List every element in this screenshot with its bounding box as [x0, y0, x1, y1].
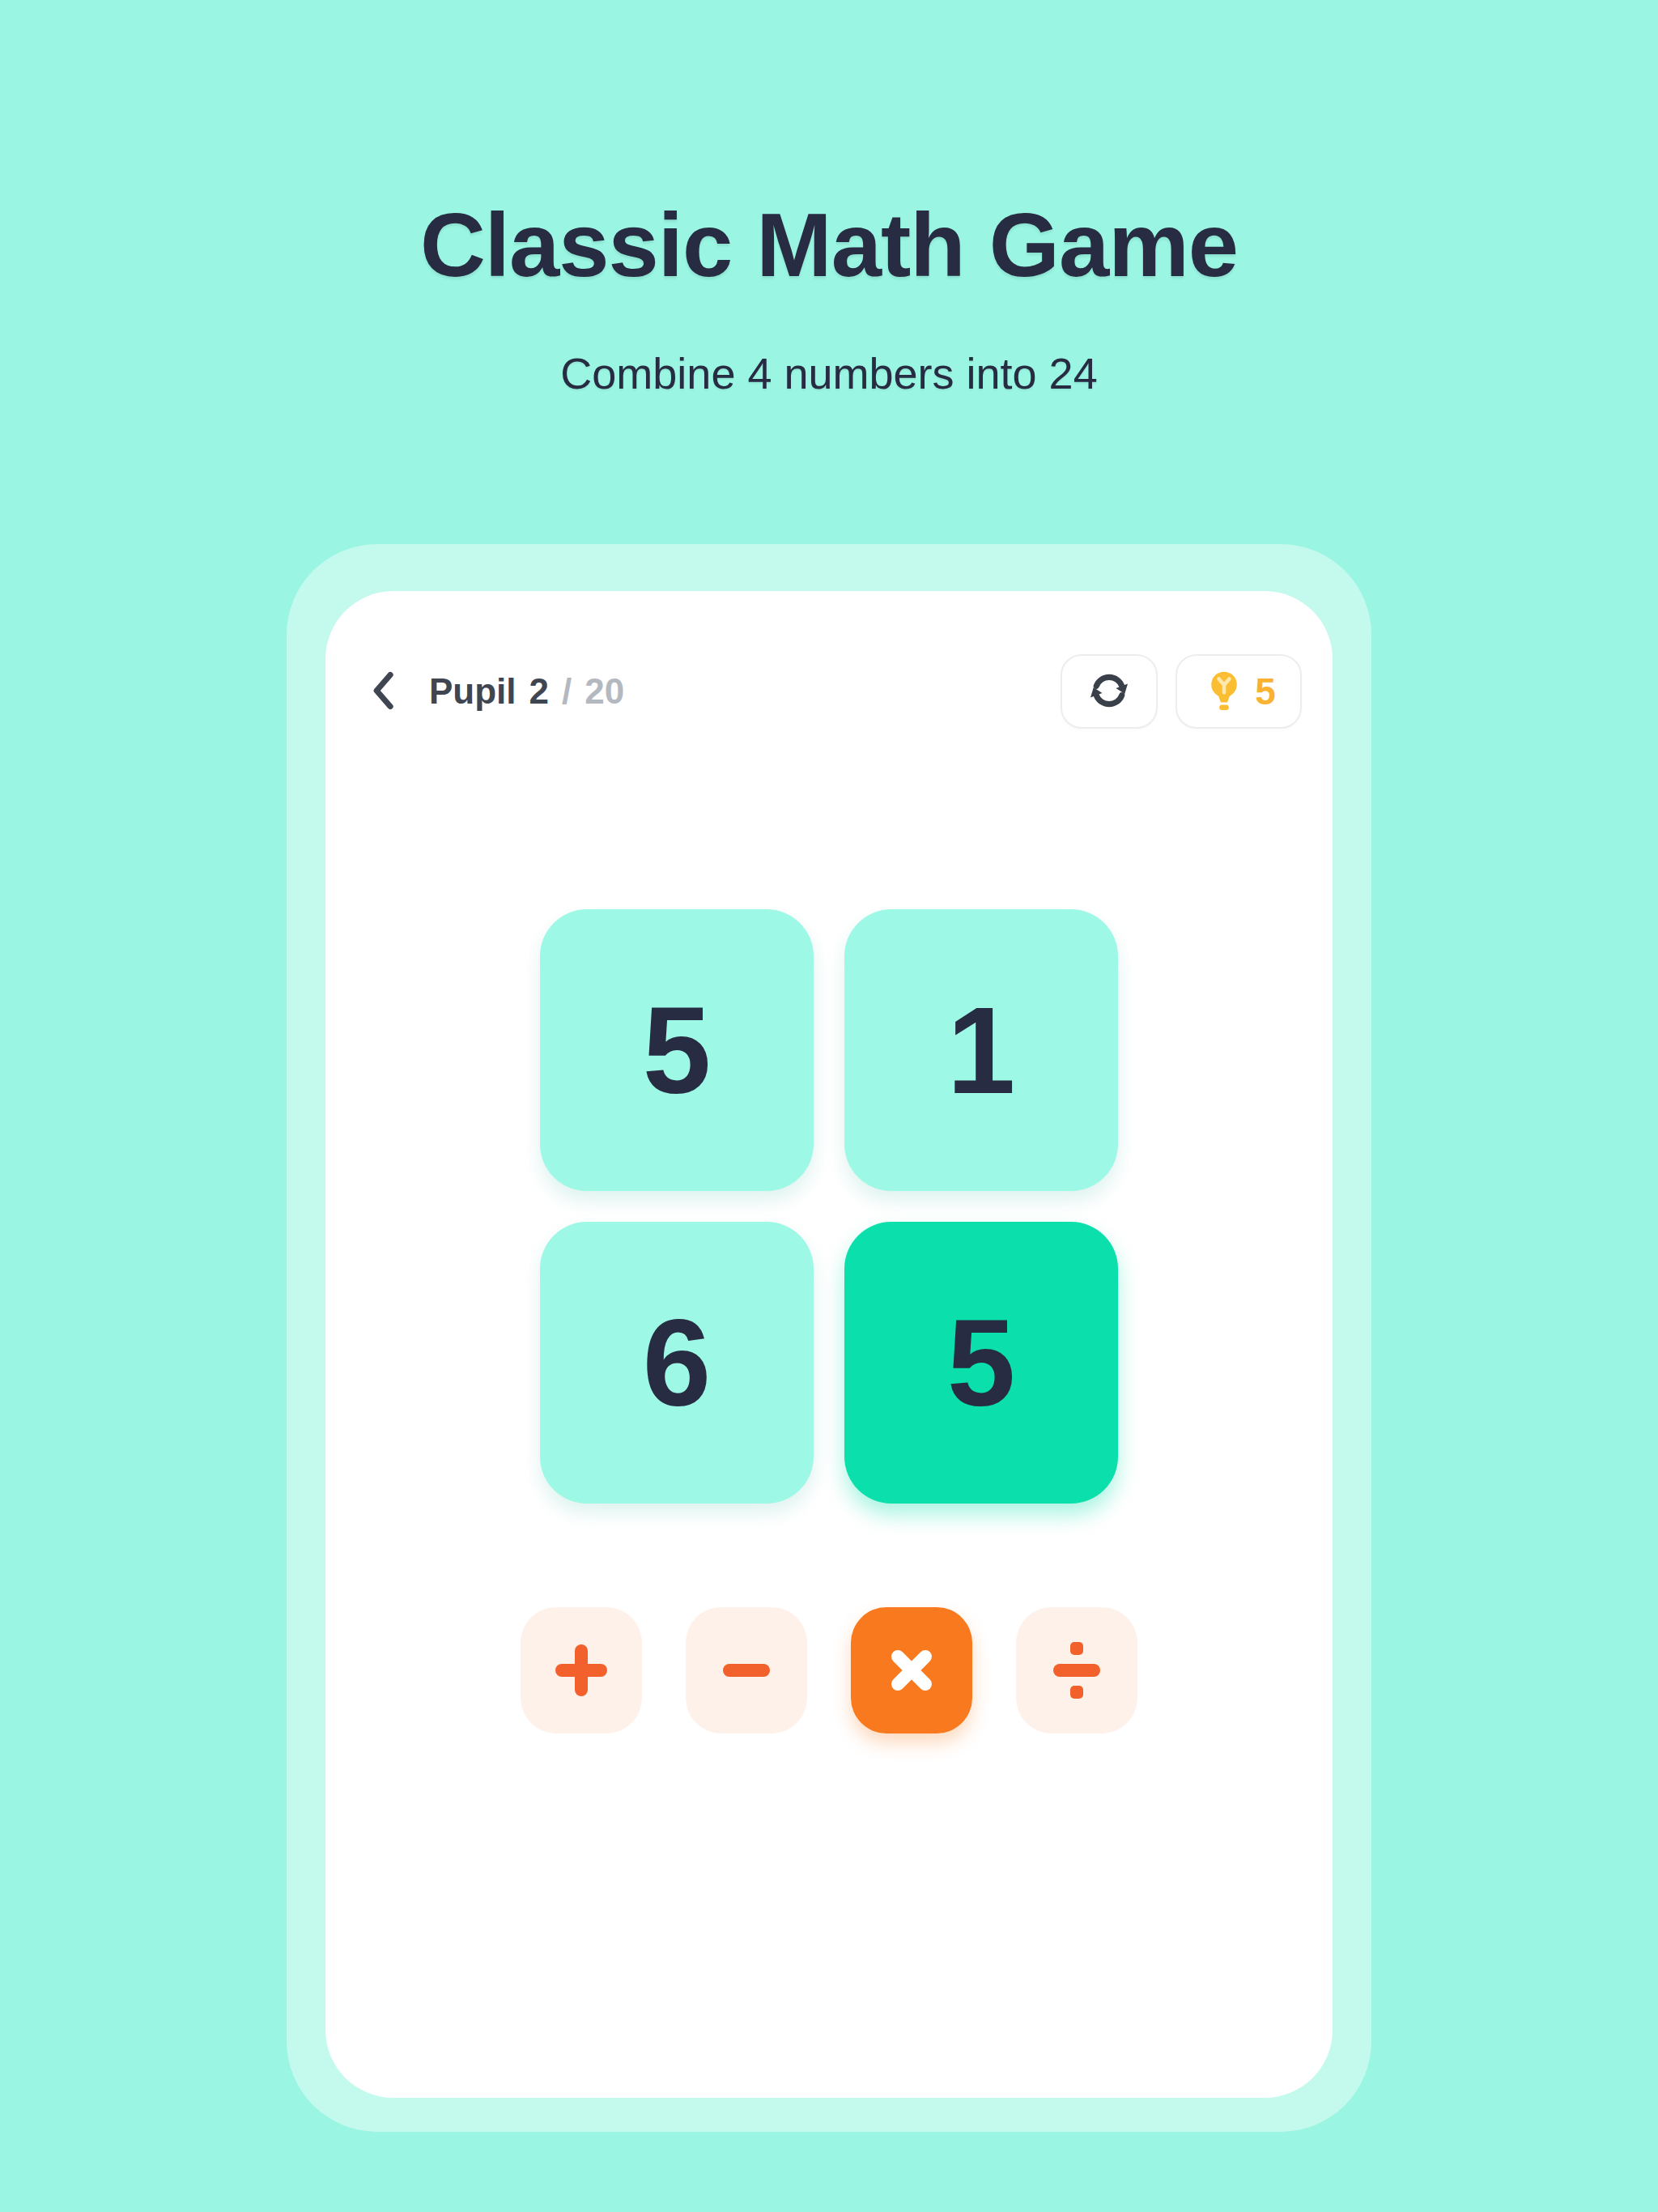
- game-card: Pupil 2 / 20: [325, 591, 1333, 2098]
- refresh-button[interactable]: [1061, 654, 1158, 729]
- number-tile-2[interactable]: 1: [844, 909, 1118, 1191]
- tile-value: 1: [947, 989, 1016, 1112]
- tile-value: 5: [643, 989, 712, 1112]
- level-indicator: Pupil 2 / 20: [429, 654, 624, 729]
- number-tile-3[interactable]: 6: [540, 1222, 814, 1504]
- page-subtitle: Combine 4 numbers into 24: [0, 348, 1658, 398]
- page-title: Classic Math Game: [0, 193, 1658, 297]
- chevron-left-icon: [369, 670, 397, 714]
- level-separator: /: [562, 671, 572, 712]
- hint-button[interactable]: 5: [1175, 654, 1302, 729]
- add-button[interactable]: [521, 1607, 642, 1733]
- hint-count: 5: [1255, 670, 1276, 713]
- multiply-button[interactable]: [851, 1607, 972, 1733]
- times-icon: [884, 1643, 939, 1698]
- number-board: 5 1 6 5: [540, 909, 1118, 1504]
- app-background: Classic Math Game Combine 4 numbers into…: [0, 0, 1658, 2212]
- divide-icon: [1053, 1642, 1100, 1699]
- level-total: 20: [585, 671, 624, 712]
- back-button[interactable]: [369, 654, 418, 729]
- subtract-button[interactable]: [686, 1607, 807, 1733]
- refresh-icon: [1084, 666, 1134, 718]
- tile-value: 5: [947, 1301, 1016, 1424]
- plus-icon: [555, 1644, 607, 1696]
- level-current: 2: [529, 671, 549, 712]
- minus-icon: [723, 1664, 770, 1677]
- top-bar: Pupil 2 / 20: [369, 654, 1302, 729]
- operator-row: [521, 1607, 1137, 1733]
- number-tile-4[interactable]: 5: [844, 1222, 1118, 1504]
- divide-button[interactable]: [1016, 1607, 1137, 1733]
- lightbulb-icon: [1201, 666, 1247, 717]
- number-tile-1[interactable]: 5: [540, 909, 814, 1191]
- tile-value: 6: [643, 1301, 712, 1424]
- level-label: Pupil: [429, 671, 517, 712]
